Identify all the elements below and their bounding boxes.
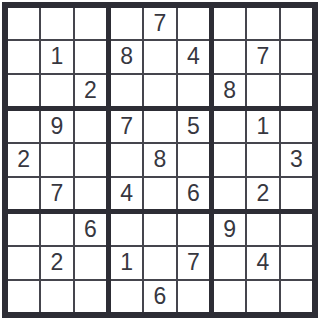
cell-r6c2[interactable]: 7 bbox=[41, 178, 72, 209]
cell-r9c9[interactable] bbox=[281, 281, 312, 312]
cell-r4c8[interactable]: 1 bbox=[247, 111, 278, 142]
cell-r1c5[interactable]: 7 bbox=[144, 8, 175, 39]
cell-r3c3[interactable]: 2 bbox=[75, 75, 106, 106]
cell-r6c5[interactable] bbox=[144, 178, 175, 209]
box-r3c2: 176 bbox=[111, 214, 209, 312]
cell-r7c4[interactable] bbox=[111, 214, 142, 245]
cell-r7c1[interactable] bbox=[8, 214, 39, 245]
cell-r1c3[interactable] bbox=[75, 8, 106, 39]
cell-r5c8[interactable] bbox=[247, 144, 278, 175]
cell-r2c8[interactable]: 7 bbox=[247, 41, 278, 72]
cell-r7c2[interactable] bbox=[41, 214, 72, 245]
box-r1c3: 78 bbox=[214, 8, 312, 106]
cell-r9c8[interactable] bbox=[247, 281, 278, 312]
cell-r4c6[interactable]: 5 bbox=[178, 111, 209, 142]
cell-r4c3[interactable] bbox=[75, 111, 106, 142]
cell-r8c5[interactable] bbox=[144, 247, 175, 278]
cell-r3c7[interactable]: 8 bbox=[214, 75, 245, 106]
cell-r6c1[interactable] bbox=[8, 178, 39, 209]
cell-r5c7[interactable] bbox=[214, 144, 245, 175]
cell-r9c7[interactable] bbox=[214, 281, 245, 312]
box-r1c2: 784 bbox=[111, 8, 209, 106]
box-r2c3: 132 bbox=[214, 111, 312, 209]
cell-r1c4[interactable] bbox=[111, 8, 142, 39]
box-r1c1: 12 bbox=[8, 8, 106, 106]
cell-r4c2[interactable]: 9 bbox=[41, 111, 72, 142]
cell-r1c7[interactable] bbox=[214, 8, 245, 39]
cell-r5c3[interactable] bbox=[75, 144, 106, 175]
cell-r6c6[interactable]: 6 bbox=[178, 178, 209, 209]
cell-r2c9[interactable] bbox=[281, 41, 312, 72]
cell-r8c6[interactable]: 7 bbox=[178, 247, 209, 278]
cell-r7c3[interactable]: 6 bbox=[75, 214, 106, 245]
cell-r2c3[interactable] bbox=[75, 41, 106, 72]
cell-r3c4[interactable] bbox=[111, 75, 142, 106]
cell-r2c2[interactable]: 1 bbox=[41, 41, 72, 72]
cell-r2c5[interactable] bbox=[144, 41, 175, 72]
cell-r5c6[interactable] bbox=[178, 144, 209, 175]
cell-r5c1[interactable]: 2 bbox=[8, 144, 39, 175]
cell-r9c5[interactable]: 6 bbox=[144, 281, 175, 312]
cell-r2c1[interactable] bbox=[8, 41, 39, 72]
cell-r6c7[interactable] bbox=[214, 178, 245, 209]
cell-r8c2[interactable]: 2 bbox=[41, 247, 72, 278]
cell-r1c6[interactable] bbox=[178, 8, 209, 39]
sudoku-board: 1278478927758461326217694 bbox=[2, 2, 318, 318]
cell-r5c9[interactable]: 3 bbox=[281, 144, 312, 175]
cell-r7c5[interactable] bbox=[144, 214, 175, 245]
box-r3c1: 62 bbox=[8, 214, 106, 312]
cell-r2c6[interactable]: 4 bbox=[178, 41, 209, 72]
cell-r2c7[interactable] bbox=[214, 41, 245, 72]
cell-r5c4[interactable] bbox=[111, 144, 142, 175]
cell-r6c8[interactable]: 2 bbox=[247, 178, 278, 209]
cell-r2c4[interactable]: 8 bbox=[111, 41, 142, 72]
cell-r6c9[interactable] bbox=[281, 178, 312, 209]
cell-r8c9[interactable] bbox=[281, 247, 312, 278]
cell-r3c6[interactable] bbox=[178, 75, 209, 106]
cell-r5c2[interactable] bbox=[41, 144, 72, 175]
cell-r7c7[interactable]: 9 bbox=[214, 214, 245, 245]
cell-r9c3[interactable] bbox=[75, 281, 106, 312]
cell-r4c4[interactable]: 7 bbox=[111, 111, 142, 142]
cell-r9c6[interactable] bbox=[178, 281, 209, 312]
cell-r7c8[interactable] bbox=[247, 214, 278, 245]
box-r2c2: 75846 bbox=[111, 111, 209, 209]
cell-r9c4[interactable] bbox=[111, 281, 142, 312]
cell-r4c7[interactable] bbox=[214, 111, 245, 142]
cell-r8c7[interactable] bbox=[214, 247, 245, 278]
cell-r5c5[interactable]: 8 bbox=[144, 144, 175, 175]
cell-r4c5[interactable] bbox=[144, 111, 175, 142]
cell-r1c2[interactable] bbox=[41, 8, 72, 39]
cell-r1c1[interactable] bbox=[8, 8, 39, 39]
cell-r6c3[interactable] bbox=[75, 178, 106, 209]
cell-r7c6[interactable] bbox=[178, 214, 209, 245]
cell-r1c8[interactable] bbox=[247, 8, 278, 39]
cell-r4c9[interactable] bbox=[281, 111, 312, 142]
cell-r6c4[interactable]: 4 bbox=[111, 178, 142, 209]
cell-r3c9[interactable] bbox=[281, 75, 312, 106]
cell-r8c1[interactable] bbox=[8, 247, 39, 278]
cell-r3c1[interactable] bbox=[8, 75, 39, 106]
box-r3c3: 94 bbox=[214, 214, 312, 312]
cell-r8c8[interactable]: 4 bbox=[247, 247, 278, 278]
cell-r1c9[interactable] bbox=[281, 8, 312, 39]
cell-r4c1[interactable] bbox=[8, 111, 39, 142]
cell-r3c5[interactable] bbox=[144, 75, 175, 106]
cell-r8c4[interactable]: 1 bbox=[111, 247, 142, 278]
cell-r7c9[interactable] bbox=[281, 214, 312, 245]
cell-r8c3[interactable] bbox=[75, 247, 106, 278]
cell-r9c2[interactable] bbox=[41, 281, 72, 312]
cell-r3c8[interactable] bbox=[247, 75, 278, 106]
box-r2c1: 927 bbox=[8, 111, 106, 209]
cell-r3c2[interactable] bbox=[41, 75, 72, 106]
cell-r9c1[interactable] bbox=[8, 281, 39, 312]
